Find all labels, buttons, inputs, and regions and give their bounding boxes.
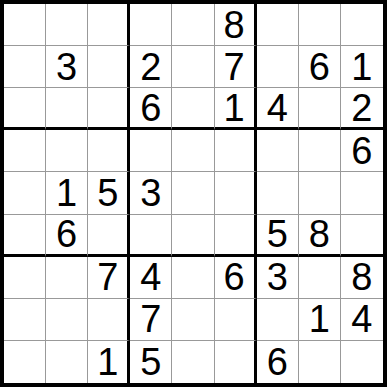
cell-r1c5[interactable] (172, 4, 214, 46)
cell-r4c9-given: 6 (341, 130, 383, 172)
cell-r7c1[interactable] (4, 257, 46, 299)
cell-r2c6-given: 7 (215, 46, 257, 88)
cell-r7c5[interactable] (172, 257, 214, 299)
cell-r6c8-given: 8 (299, 215, 341, 257)
cell-r2c2-given: 3 (46, 46, 88, 88)
cell-r1c8[interactable] (299, 4, 341, 46)
cell-r1c6-given: 8 (215, 4, 257, 46)
cell-r2c4-given: 2 (130, 46, 172, 88)
cell-r9c4-given: 5 (130, 341, 172, 383)
cell-r7c8[interactable] (299, 257, 341, 299)
cell-r2c9-given: 1 (341, 46, 383, 88)
cell-r2c5[interactable] (172, 46, 214, 88)
cell-r4c2[interactable] (46, 130, 88, 172)
cell-r6c2-given: 6 (46, 215, 88, 257)
cell-r9c6[interactable] (215, 341, 257, 383)
cell-r2c3[interactable] (88, 46, 130, 88)
cell-r1c9[interactable] (341, 4, 383, 46)
cell-r8c5[interactable] (172, 299, 214, 341)
cell-r9c9[interactable] (341, 341, 383, 383)
cell-r3c7-given: 4 (257, 88, 299, 130)
cell-r7c2[interactable] (46, 257, 88, 299)
cell-r4c5[interactable] (172, 130, 214, 172)
cell-r9c8[interactable] (299, 341, 341, 383)
cell-r9c5[interactable] (172, 341, 214, 383)
cell-r8c2[interactable] (46, 299, 88, 341)
cell-r8c4-given: 7 (130, 299, 172, 341)
cell-r8c7[interactable] (257, 299, 299, 341)
sudoku-board: 8327616142615365874638714156 (0, 0, 387, 387)
cell-r1c1[interactable] (4, 4, 46, 46)
cell-r9c2[interactable] (46, 341, 88, 383)
cell-r4c3[interactable] (88, 130, 130, 172)
cell-r5c7[interactable] (257, 172, 299, 214)
cell-r1c2[interactable] (46, 4, 88, 46)
cell-r7c3-given: 7 (88, 257, 130, 299)
cell-r4c7[interactable] (257, 130, 299, 172)
cell-r5c5[interactable] (172, 172, 214, 214)
cell-r4c4[interactable] (130, 130, 172, 172)
cell-r8c1[interactable] (4, 299, 46, 341)
cell-r2c1[interactable] (4, 46, 46, 88)
cell-r6c7-given: 5 (257, 215, 299, 257)
cell-r6c1[interactable] (4, 215, 46, 257)
cell-r1c4[interactable] (130, 4, 172, 46)
cell-r3c4-given: 6 (130, 88, 172, 130)
cell-r3c3[interactable] (88, 88, 130, 130)
cell-r1c7[interactable] (257, 4, 299, 46)
cell-r6c3[interactable] (88, 215, 130, 257)
cell-r6c9[interactable] (341, 215, 383, 257)
cell-r6c6[interactable] (215, 215, 257, 257)
cell-r8c9-given: 4 (341, 299, 383, 341)
cell-r5c4-given: 3 (130, 172, 172, 214)
cell-r5c2-given: 1 (46, 172, 88, 214)
cell-r4c6[interactable] (215, 130, 257, 172)
cell-r7c6-given: 6 (215, 257, 257, 299)
cell-r4c1[interactable] (4, 130, 46, 172)
cell-r8c3[interactable] (88, 299, 130, 341)
cell-r6c5[interactable] (172, 215, 214, 257)
cell-r2c7[interactable] (257, 46, 299, 88)
cell-r6c4[interactable] (130, 215, 172, 257)
cell-r9c3-given: 1 (88, 341, 130, 383)
cell-r5c6[interactable] (215, 172, 257, 214)
cell-r3c5[interactable] (172, 88, 214, 130)
cell-r7c7-given: 3 (257, 257, 299, 299)
cell-r8c8-given: 1 (299, 299, 341, 341)
cell-r5c9[interactable] (341, 172, 383, 214)
cell-r9c1[interactable] (4, 341, 46, 383)
cell-r3c2[interactable] (46, 88, 88, 130)
cell-r5c3-given: 5 (88, 172, 130, 214)
cell-r8c6[interactable] (215, 299, 257, 341)
cell-r2c8-given: 6 (299, 46, 341, 88)
cell-r5c8[interactable] (299, 172, 341, 214)
cell-r5c1[interactable] (4, 172, 46, 214)
cell-r7c9-given: 8 (341, 257, 383, 299)
cell-r3c1[interactable] (4, 88, 46, 130)
cell-r7c4-given: 4 (130, 257, 172, 299)
cell-r3c6-given: 1 (215, 88, 257, 130)
cell-r1c3[interactable] (88, 4, 130, 46)
cell-r3c8[interactable] (299, 88, 341, 130)
cell-r9c7-given: 6 (257, 341, 299, 383)
cell-r3c9-given: 2 (341, 88, 383, 130)
cell-r4c8[interactable] (299, 130, 341, 172)
